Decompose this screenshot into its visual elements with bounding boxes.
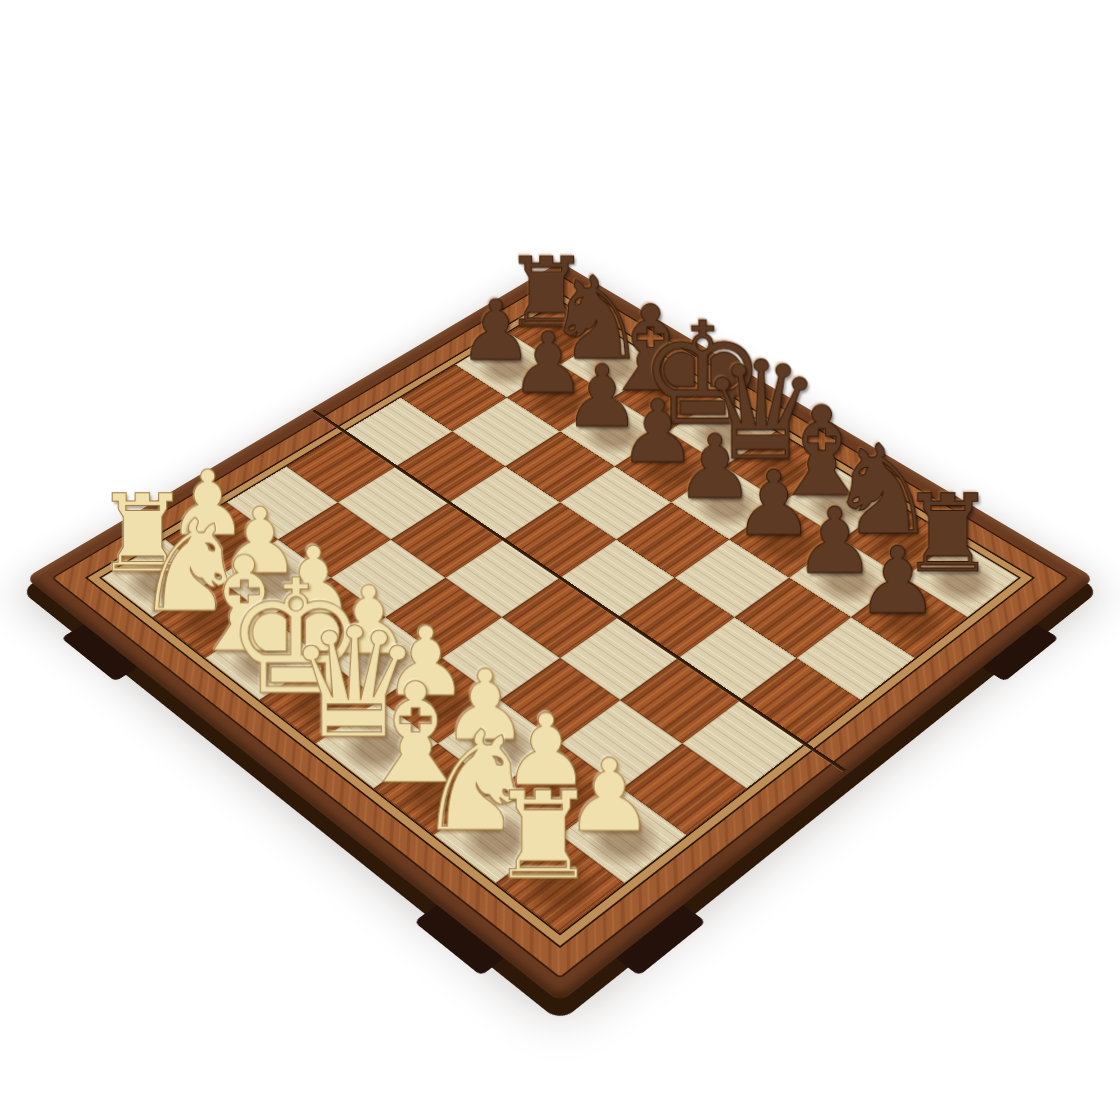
piece-dark-pawn-a7[interactable]: ♟ [806,533,990,626]
chess-board: ♜♞♝♚♛♝♞♜♟♟♟♟♟♟♟♟♟♟♟♟♟♟♟♟♜♞♝♚♛♝♞♜ [25,262,1094,1003]
product-photo-scene: ♜♞♝♚♛♝♞♜♟♟♟♟♟♟♟♟♟♟♟♟♟♟♟♟♜♞♝♚♛♝♞♜ [0,0,1120,1120]
board-grid: ♜♞♝♚♛♝♞♜♟♟♟♟♟♟♟♟♟♟♟♟♟♟♟♟♜♞♝♚♛♝♞♜ [102,302,1018,934]
piece-white-rook-a1[interactable]: ♜ [441,776,644,897]
